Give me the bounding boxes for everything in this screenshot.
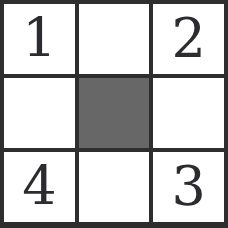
cell-r1c0[interactable] bbox=[4, 78, 75, 148]
cell-r2c2[interactable]: 3 bbox=[153, 152, 224, 222]
cell-r2c1[interactable] bbox=[79, 152, 150, 222]
cell-r0c1[interactable] bbox=[79, 4, 150, 74]
cell-r2c0[interactable]: 4 bbox=[4, 152, 75, 222]
cell-r0c2[interactable]: 2 bbox=[153, 4, 224, 74]
cell-r1c2[interactable] bbox=[153, 78, 224, 148]
cell-r0c0[interactable]: 1 bbox=[4, 4, 75, 74]
puzzle-board: 1 2 4 3 bbox=[0, 0, 228, 228]
cell-r1c1-blocked bbox=[79, 78, 150, 148]
